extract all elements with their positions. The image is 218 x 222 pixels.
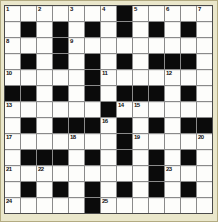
cell-r5c8[interactable]	[117, 70, 132, 85]
cell-r4c12	[181, 54, 196, 69]
cell-r1c1[interactable]: 1	[5, 6, 20, 21]
cell-r11c10	[149, 166, 164, 181]
cell-r8c8	[117, 118, 132, 133]
cell-r3c2[interactable]	[21, 38, 36, 53]
cell-r1c13[interactable]: 7	[197, 6, 212, 21]
cell-r3c13[interactable]	[197, 38, 212, 53]
clue-number-14: 14	[118, 102, 124, 109]
clue-number-16: 16	[102, 118, 108, 125]
cell-r9c9[interactable]: 19	[133, 134, 148, 149]
cell-r6c5[interactable]	[69, 86, 84, 101]
clue-number-1: 1	[6, 6, 9, 13]
cell-r13c2[interactable]	[21, 198, 36, 213]
cell-r11c11[interactable]: 23	[165, 166, 180, 181]
cell-r6c9	[133, 86, 148, 101]
cell-r2c13[interactable]	[197, 22, 212, 37]
cell-r7c8[interactable]: 14	[117, 102, 132, 117]
cell-r8c11[interactable]	[165, 118, 180, 133]
cell-r13c13[interactable]	[197, 198, 212, 213]
cell-r4c3[interactable]	[37, 54, 52, 69]
cell-r11c3[interactable]: 22	[37, 166, 52, 181]
cell-r3c10[interactable]	[149, 38, 164, 53]
clue-number-7: 7	[198, 6, 201, 13]
cell-r1c2[interactable]	[21, 6, 36, 21]
cell-r1c12[interactable]	[181, 6, 196, 21]
clue-number-25: 25	[102, 198, 108, 205]
cell-r4c11	[165, 54, 180, 69]
cell-r2c9[interactable]	[133, 22, 148, 37]
crossword-board: 1234567891011121314151617181920212223242…	[4, 5, 213, 214]
cell-r11c8[interactable]	[117, 166, 132, 181]
cell-r3c6[interactable]	[85, 38, 100, 53]
cell-r13c4[interactable]	[53, 198, 68, 213]
cell-r9c6[interactable]	[85, 134, 100, 149]
cell-r13c8[interactable]	[117, 198, 132, 213]
clue-number-18: 18	[70, 134, 76, 141]
cell-r5c11[interactable]: 12	[165, 70, 180, 85]
cell-r2c10	[149, 22, 164, 37]
cell-r13c3[interactable]	[37, 198, 52, 213]
cell-r4c10	[149, 54, 164, 69]
cell-r2c3[interactable]	[37, 22, 52, 37]
cell-r7c11[interactable]	[165, 102, 180, 117]
cell-r5c10[interactable]	[149, 70, 164, 85]
clue-number-23: 23	[166, 166, 172, 173]
cell-r1c6[interactable]	[85, 6, 100, 21]
cell-r6c11[interactable]	[165, 86, 180, 101]
cell-r2c4	[53, 22, 68, 37]
cell-r6c13[interactable]	[197, 86, 212, 101]
cell-r10c9[interactable]	[133, 150, 148, 165]
cell-r6c3[interactable]	[37, 86, 52, 101]
cell-r8c1[interactable]	[5, 118, 20, 133]
cell-r13c1[interactable]: 24	[5, 198, 20, 213]
cell-r3c4	[53, 38, 68, 53]
cell-r10c12	[181, 150, 196, 165]
cell-r13c11[interactable]	[165, 198, 180, 213]
cell-r5c12[interactable]	[181, 70, 196, 85]
clue-number-17: 17	[6, 134, 12, 141]
clue-number-5: 5	[134, 6, 137, 13]
clue-number-11: 11	[102, 70, 107, 77]
clue-number-15: 15	[134, 102, 140, 109]
clue-number-22: 22	[38, 166, 44, 173]
cell-r8c6	[85, 118, 100, 133]
cell-r12c4	[53, 182, 68, 197]
clue-number-24: 24	[6, 198, 12, 205]
cell-r9c3[interactable]	[37, 134, 52, 149]
cell-r5c2[interactable]	[21, 70, 36, 85]
clue-number-13: 13	[6, 102, 12, 109]
cell-r11c4[interactable]	[53, 166, 68, 181]
clue-number-10: 10	[6, 70, 12, 77]
cell-r12c9[interactable]	[133, 182, 148, 197]
cell-r4c6	[85, 54, 100, 69]
cell-r9c12[interactable]	[181, 134, 196, 149]
cell-r5c9[interactable]	[133, 70, 148, 85]
clue-number-19: 19	[134, 134, 140, 141]
cell-r4c2	[21, 54, 36, 69]
cell-r4c9[interactable]	[133, 54, 148, 69]
cell-r5c6	[85, 70, 100, 85]
cell-r12c5[interactable]	[69, 182, 84, 197]
cell-r6c6	[85, 86, 100, 101]
cell-r11c12[interactable]	[181, 166, 196, 181]
cell-r10c1[interactable]	[5, 150, 20, 165]
cell-r1c4[interactable]	[53, 6, 68, 21]
cell-r10c13[interactable]	[197, 150, 212, 165]
cell-r1c8	[117, 6, 132, 21]
cell-r1c5[interactable]: 3	[69, 6, 84, 21]
cell-r7c1[interactable]: 13	[5, 102, 20, 117]
cell-r5c3[interactable]	[37, 70, 52, 85]
cell-r12c3[interactable]	[37, 182, 52, 197]
cell-r1c3[interactable]: 2	[37, 6, 52, 21]
cell-r6c10	[149, 86, 164, 101]
cell-r11c6[interactable]	[85, 166, 100, 181]
clue-number-12: 12	[166, 70, 172, 77]
cell-r5c5[interactable]	[69, 70, 84, 85]
cell-r13c5[interactable]	[69, 198, 84, 213]
cell-r7c9[interactable]: 15	[133, 102, 148, 117]
cell-r13c10[interactable]	[149, 198, 164, 213]
cell-r13c9[interactable]	[133, 198, 148, 213]
cell-r7c3[interactable]	[37, 102, 52, 117]
clue-number-4: 4	[102, 6, 105, 13]
cell-r6c2	[21, 86, 36, 101]
cell-r5c13[interactable]	[197, 70, 212, 85]
cell-r10c3	[37, 150, 52, 165]
cell-r8c5	[69, 118, 84, 133]
cell-r8c9[interactable]	[133, 118, 148, 133]
cell-r9c8	[117, 134, 132, 149]
cell-r10c2	[21, 150, 36, 165]
cell-r9c4[interactable]	[53, 134, 68, 149]
clue-number-20: 20	[198, 134, 204, 141]
puzzle-frame: 1234567891011121314151617181920212223242…	[0, 0, 218, 222]
cell-r12c13[interactable]	[197, 182, 212, 197]
cell-r3c12[interactable]	[181, 38, 196, 53]
cell-r12c2	[21, 182, 36, 197]
cell-r3c1[interactable]: 8	[5, 38, 20, 53]
cell-r8c2	[21, 118, 36, 133]
cell-r12c11[interactable]	[165, 182, 180, 197]
cell-r7c2[interactable]	[21, 102, 36, 117]
cell-r10c5[interactable]	[69, 150, 84, 165]
cell-r1c11[interactable]: 6	[165, 6, 180, 21]
cell-r6c7[interactable]	[101, 86, 116, 101]
cell-r9c13[interactable]: 20	[197, 134, 212, 149]
cell-r10c10	[149, 150, 164, 165]
cell-r7c10[interactable]	[149, 102, 164, 117]
cell-r12c1[interactable]	[5, 182, 20, 197]
cell-r2c12	[181, 22, 196, 37]
cell-r2c11[interactable]	[165, 22, 180, 37]
cell-r9c11[interactable]	[165, 134, 180, 149]
cell-r1c7[interactable]: 4	[101, 6, 116, 21]
clue-number-8: 8	[6, 38, 9, 45]
cell-r4c7[interactable]	[101, 54, 116, 69]
cell-r11c13[interactable]	[197, 166, 212, 181]
cell-r3c3[interactable]	[37, 38, 52, 53]
cell-r9c10[interactable]	[149, 134, 164, 149]
cell-r11c7[interactable]	[101, 166, 116, 181]
cell-r6c8	[117, 86, 132, 101]
cell-r8c4	[53, 118, 68, 133]
cell-r3c9[interactable]	[133, 38, 148, 53]
cell-r4c5[interactable]	[69, 54, 84, 69]
cell-r11c1[interactable]: 21	[5, 166, 20, 181]
cell-r2c5[interactable]	[69, 22, 84, 37]
cell-r6c12	[181, 86, 196, 101]
clue-number-6: 6	[166, 6, 169, 13]
cell-r8c13	[197, 118, 212, 133]
cell-r4c1[interactable]	[5, 54, 20, 69]
cell-r12c10	[149, 182, 164, 197]
cell-r3c5[interactable]: 9	[69, 38, 84, 53]
cell-r11c9[interactable]	[133, 166, 148, 181]
cell-r2c1[interactable]	[5, 22, 20, 37]
cell-r5c7[interactable]: 11	[101, 70, 116, 85]
cell-r2c8	[117, 22, 132, 37]
cell-r5c4[interactable]	[53, 70, 68, 85]
cell-r10c11[interactable]	[165, 150, 180, 165]
cell-r9c1[interactable]: 17	[5, 134, 20, 149]
cell-r7c13[interactable]	[197, 102, 212, 117]
cell-r8c3[interactable]	[37, 118, 52, 133]
cell-r4c13[interactable]	[197, 54, 212, 69]
cell-r9c7[interactable]	[101, 134, 116, 149]
cell-r13c6	[85, 198, 100, 213]
clue-number-3: 3	[70, 6, 73, 13]
cell-r3c8[interactable]	[117, 38, 132, 53]
cell-r4c4	[53, 54, 68, 69]
cell-r13c7[interactable]: 25	[101, 198, 116, 213]
cell-r3c7[interactable]	[101, 38, 116, 53]
cell-r12c12	[181, 182, 196, 197]
cell-r4c8	[117, 54, 132, 69]
cell-r9c2[interactable]	[21, 134, 36, 149]
cell-r1c10[interactable]	[149, 6, 164, 21]
cell-r12c8	[117, 182, 132, 197]
cell-r9c5[interactable]: 18	[69, 134, 84, 149]
clue-number-21: 21	[6, 166, 12, 173]
cell-r7c12[interactable]	[181, 102, 196, 117]
cell-r1c9[interactable]: 5	[133, 6, 148, 21]
cell-r8c12	[181, 118, 196, 133]
cell-r11c2[interactable]	[21, 166, 36, 181]
cell-r11c5[interactable]	[69, 166, 84, 181]
clue-number-2: 2	[38, 6, 41, 13]
cell-r10c7[interactable]	[101, 150, 116, 165]
cell-r8c7[interactable]: 16	[101, 118, 116, 133]
cell-r12c7[interactable]	[101, 182, 116, 197]
cell-r10c6	[85, 150, 100, 165]
cell-r2c6	[85, 22, 100, 37]
cell-r7c7	[101, 102, 116, 117]
cell-r7c4[interactable]	[53, 102, 68, 117]
cell-r13c12[interactable]	[181, 198, 196, 213]
cell-r2c2	[21, 22, 36, 37]
cell-r10c8	[117, 150, 132, 165]
clue-number-9: 9	[70, 38, 73, 45]
cell-r5c1[interactable]: 10	[5, 70, 20, 85]
cell-r7c6[interactable]	[85, 102, 100, 117]
cell-r7c5[interactable]	[69, 102, 84, 117]
cell-r8c10	[149, 118, 164, 133]
cell-r2c7[interactable]	[101, 22, 116, 37]
cell-r6c1	[5, 86, 20, 101]
cell-r10c4	[53, 150, 68, 165]
cell-r6c4	[53, 86, 68, 101]
cell-r12c6	[85, 182, 100, 197]
cell-r3c11[interactable]	[165, 38, 180, 53]
